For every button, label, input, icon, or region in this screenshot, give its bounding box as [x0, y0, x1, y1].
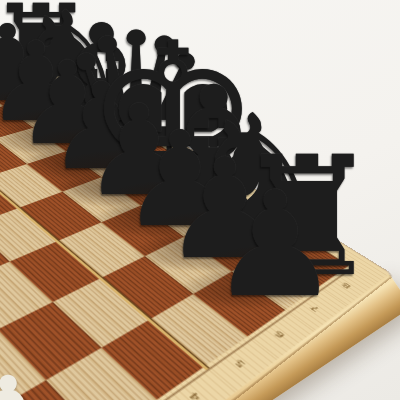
white-pawn-offframe[interactable]: ♟	[0, 362, 63, 400]
rank-label-5-text: 5	[235, 357, 250, 368]
black-pawn-h7[interactable]: ♟	[202, 172, 348, 318]
rank-label-4-text: 4	[189, 389, 205, 400]
photo-frame: abcdefgh8877665544332211abcdefgh ♜♟♞♟♝♟♛…	[0, 0, 400, 400]
rank-label-6-text: 6	[275, 329, 289, 339]
